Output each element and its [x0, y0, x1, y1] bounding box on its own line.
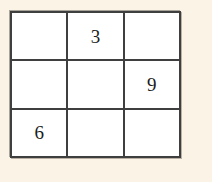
grid-cell-r2c2[interactable]: [68, 61, 122, 107]
grid-cell-r2c3[interactable]: 9: [125, 61, 179, 107]
grid-cell-r1c2[interactable]: 3: [68, 13, 122, 59]
grid-cell-r3c1[interactable]: 6: [12, 110, 66, 156]
grid-cell-r3c2[interactable]: [68, 110, 122, 156]
grid-cell-r1c1[interactable]: [12, 13, 66, 59]
grid-cell-r1c3[interactable]: [125, 13, 179, 59]
grid-cell-r3c3[interactable]: [125, 110, 179, 156]
puzzle-grid: 3 9 6: [10, 11, 181, 158]
grid-cell-r2c1[interactable]: [12, 61, 66, 107]
